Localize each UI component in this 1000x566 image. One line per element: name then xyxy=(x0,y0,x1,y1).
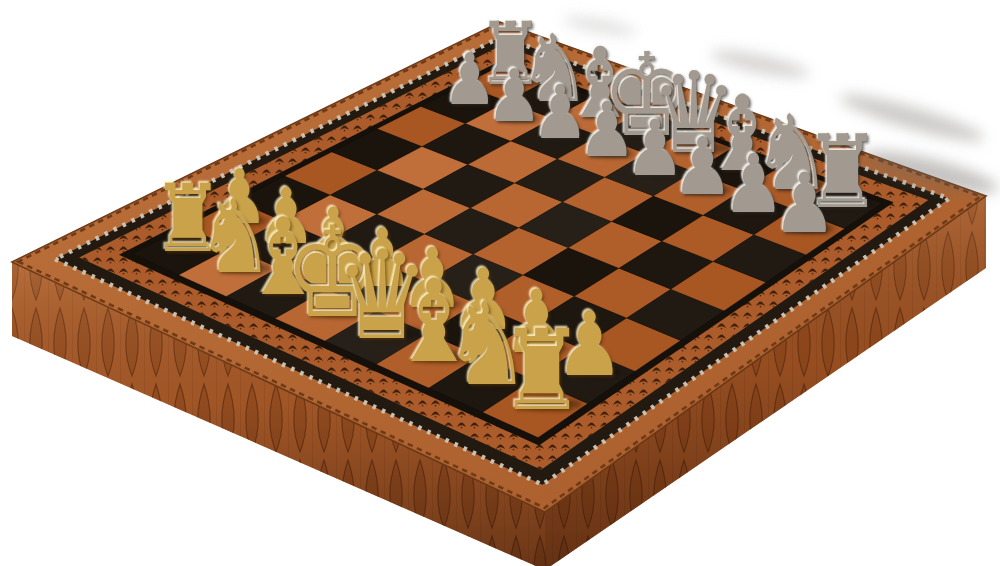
chess-case-and-board xyxy=(0,0,1000,566)
chess-set-photo: ♜♞♝♛♚♝♞♜♟♟♟♟♟♟♟♟♟♟♟♟♟♟♟♟♜♞♝♛♚♝♞♜ xyxy=(0,0,1000,566)
